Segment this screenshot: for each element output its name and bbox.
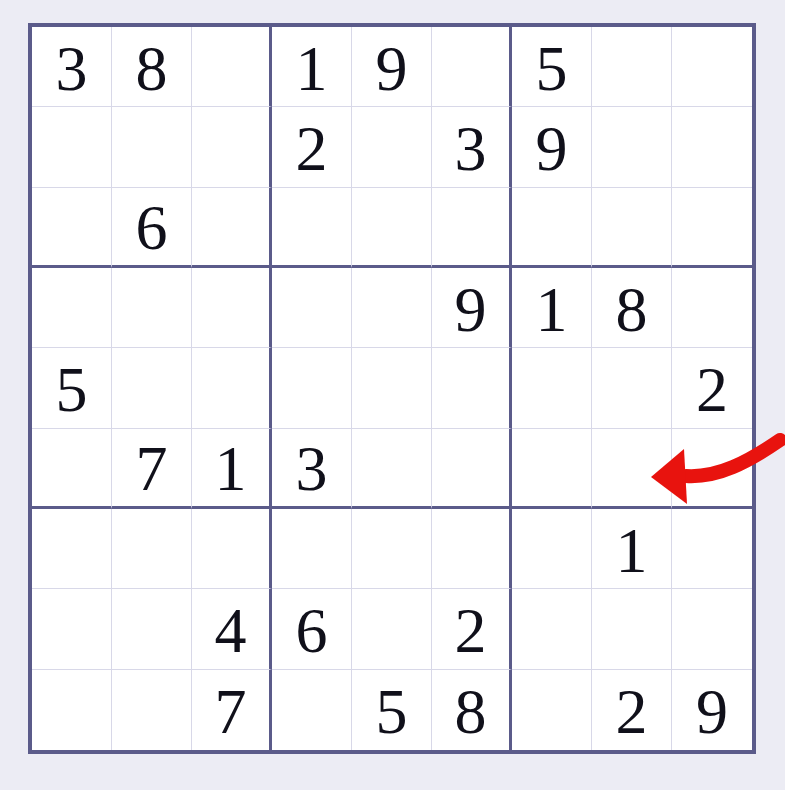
given-digit: 4 bbox=[215, 599, 247, 663]
given-digit: 9 bbox=[455, 278, 487, 342]
cell-r9c8[interactable]: 2 bbox=[592, 670, 672, 750]
cell-r8c6[interactable]: 2 bbox=[432, 589, 512, 669]
given-digit: 2 bbox=[616, 680, 648, 744]
cell-r2c9[interactable] bbox=[672, 107, 752, 187]
given-digit: 5 bbox=[56, 358, 88, 422]
given-digit: 5 bbox=[536, 37, 568, 101]
given-digit: 2 bbox=[696, 358, 728, 422]
cell-r7c9[interactable] bbox=[672, 509, 752, 589]
cell-r7c8[interactable]: 1 bbox=[592, 509, 672, 589]
cell-r6c6[interactable] bbox=[432, 429, 512, 509]
cell-r3c4[interactable] bbox=[272, 188, 352, 268]
sudoku-screenshot: 38195239691852713146275829 bbox=[0, 0, 785, 790]
cell-r1c9[interactable] bbox=[672, 27, 752, 107]
cell-r5c7[interactable] bbox=[512, 348, 592, 428]
cell-r4c5[interactable] bbox=[352, 268, 432, 348]
cell-r5c8[interactable] bbox=[592, 348, 672, 428]
cell-r3c3[interactable] bbox=[192, 188, 272, 268]
cell-r1c2[interactable]: 8 bbox=[112, 27, 192, 107]
cell-r4c4[interactable] bbox=[272, 268, 352, 348]
given-digit: 9 bbox=[536, 117, 568, 181]
given-digit: 2 bbox=[296, 117, 328, 181]
cell-r5c9[interactable]: 2 bbox=[672, 348, 752, 428]
cell-r5c2[interactable] bbox=[112, 348, 192, 428]
cell-r1c7[interactable]: 5 bbox=[512, 27, 592, 107]
given-digit: 8 bbox=[455, 680, 487, 744]
cell-r6c1[interactable] bbox=[32, 429, 112, 509]
cell-r8c9[interactable] bbox=[672, 589, 752, 669]
sudoku-grid: 38195239691852713146275829 bbox=[32, 27, 752, 750]
given-digit: 3 bbox=[296, 437, 328, 501]
given-digit: 1 bbox=[536, 278, 568, 342]
cell-r8c1[interactable] bbox=[32, 589, 112, 669]
given-digit: 2 bbox=[455, 599, 487, 663]
cell-r9c7[interactable] bbox=[512, 670, 592, 750]
cell-r1c3[interactable] bbox=[192, 27, 272, 107]
cell-r8c3[interactable]: 4 bbox=[192, 589, 272, 669]
given-digit: 6 bbox=[296, 599, 328, 663]
cell-r4c6[interactable]: 9 bbox=[432, 268, 512, 348]
cell-r2c1[interactable] bbox=[32, 107, 112, 187]
cell-r5c3[interactable] bbox=[192, 348, 272, 428]
cell-r7c2[interactable] bbox=[112, 509, 192, 589]
cell-r2c7[interactable]: 9 bbox=[512, 107, 592, 187]
cell-r3c9[interactable] bbox=[672, 188, 752, 268]
given-digit: 8 bbox=[136, 37, 168, 101]
cell-r2c4[interactable]: 2 bbox=[272, 107, 352, 187]
cell-r6c4[interactable]: 3 bbox=[272, 429, 352, 509]
cell-r7c3[interactable] bbox=[192, 509, 272, 589]
given-digit: 3 bbox=[455, 117, 487, 181]
cell-r5c6[interactable] bbox=[432, 348, 512, 428]
given-digit: 5 bbox=[376, 680, 408, 744]
cell-r8c8[interactable] bbox=[592, 589, 672, 669]
cell-r4c7[interactable]: 1 bbox=[512, 268, 592, 348]
given-digit: 1 bbox=[215, 437, 247, 501]
cell-r8c4[interactable]: 6 bbox=[272, 589, 352, 669]
cell-r7c1[interactable] bbox=[32, 509, 112, 589]
cell-r3c1[interactable] bbox=[32, 188, 112, 268]
cell-r8c2[interactable] bbox=[112, 589, 192, 669]
cell-r6c7[interactable] bbox=[512, 429, 592, 509]
cell-r5c1[interactable]: 5 bbox=[32, 348, 112, 428]
cell-r6c9[interactable] bbox=[672, 429, 752, 509]
cell-r2c5[interactable] bbox=[352, 107, 432, 187]
cell-r4c3[interactable] bbox=[192, 268, 272, 348]
given-digit: 1 bbox=[616, 519, 648, 583]
cell-r9c1[interactable] bbox=[32, 670, 112, 750]
cell-r4c2[interactable] bbox=[112, 268, 192, 348]
cell-r3c2[interactable]: 6 bbox=[112, 188, 192, 268]
cell-r1c8[interactable] bbox=[592, 27, 672, 107]
cell-r2c2[interactable] bbox=[112, 107, 192, 187]
cell-r1c1[interactable]: 3 bbox=[32, 27, 112, 107]
cell-r3c7[interactable] bbox=[512, 188, 592, 268]
given-digit: 8 bbox=[616, 278, 648, 342]
cell-r2c6[interactable]: 3 bbox=[432, 107, 512, 187]
cell-r8c7[interactable] bbox=[512, 589, 592, 669]
given-digit: 9 bbox=[696, 680, 728, 744]
cell-r9c4[interactable] bbox=[272, 670, 352, 750]
cell-r7c6[interactable] bbox=[432, 509, 512, 589]
cell-r2c8[interactable] bbox=[592, 107, 672, 187]
cell-r3c5[interactable] bbox=[352, 188, 432, 268]
cell-r7c5[interactable] bbox=[352, 509, 432, 589]
sudoku-board: 38195239691852713146275829 bbox=[28, 23, 756, 754]
given-digit: 6 bbox=[136, 196, 168, 260]
cell-r5c4[interactable] bbox=[272, 348, 352, 428]
cell-r9c3[interactable]: 7 bbox=[192, 670, 272, 750]
cell-r3c8[interactable] bbox=[592, 188, 672, 268]
cell-r5c5[interactable] bbox=[352, 348, 432, 428]
given-digit: 1 bbox=[296, 37, 328, 101]
cell-r6c3[interactable]: 1 bbox=[192, 429, 272, 509]
cell-r1c4[interactable]: 1 bbox=[272, 27, 352, 107]
cell-r6c2[interactable]: 7 bbox=[112, 429, 192, 509]
cell-r7c7[interactable] bbox=[512, 509, 592, 589]
cell-r9c6[interactable]: 8 bbox=[432, 670, 512, 750]
cell-r3c6[interactable] bbox=[432, 188, 512, 268]
cell-r9c2[interactable] bbox=[112, 670, 192, 750]
given-digit: 7 bbox=[136, 437, 168, 501]
cell-r6c5[interactable] bbox=[352, 429, 432, 509]
given-digit: 7 bbox=[215, 680, 247, 744]
cell-r8c5[interactable] bbox=[352, 589, 432, 669]
cell-r9c5[interactable]: 5 bbox=[352, 670, 432, 750]
cell-r1c5[interactable]: 9 bbox=[352, 27, 432, 107]
cell-r1c6[interactable] bbox=[432, 27, 512, 107]
cell-r2c3[interactable] bbox=[192, 107, 272, 187]
cell-r7c4[interactable] bbox=[272, 509, 352, 589]
cell-r4c9[interactable] bbox=[672, 268, 752, 348]
given-digit: 9 bbox=[376, 37, 408, 101]
cell-r9c9[interactable]: 9 bbox=[672, 670, 752, 750]
given-digit: 3 bbox=[56, 37, 88, 101]
cell-r4c8[interactable]: 8 bbox=[592, 268, 672, 348]
cell-r6c8[interactable] bbox=[592, 429, 672, 509]
cell-r4c1[interactable] bbox=[32, 268, 112, 348]
